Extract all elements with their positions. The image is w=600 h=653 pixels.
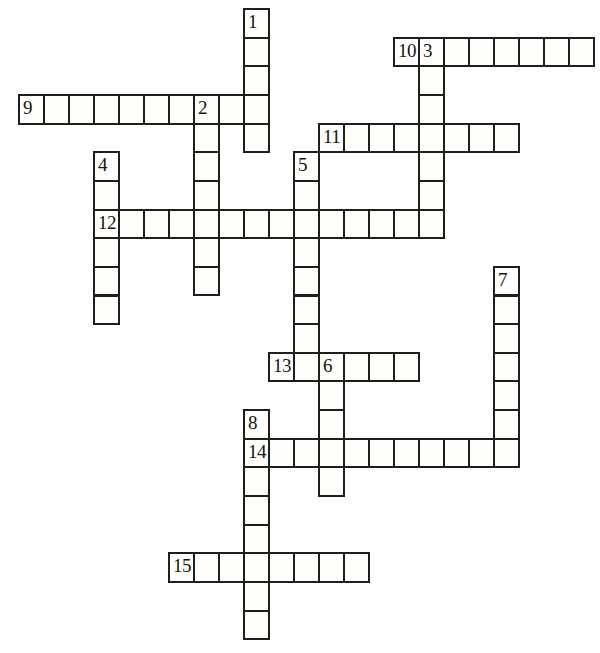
crossword-cell[interactable] bbox=[493, 352, 520, 383]
clue-number: 1 bbox=[248, 11, 257, 32]
crossword-board: 110392114512713681415 bbox=[18, 8, 595, 640]
crossword-cell[interactable] bbox=[168, 209, 195, 240]
clue-number: 6 bbox=[323, 355, 332, 376]
crossword-cell[interactable] bbox=[543, 37, 570, 68]
crossword-cell[interactable] bbox=[243, 495, 270, 526]
crossword-cell[interactable] bbox=[193, 209, 220, 240]
crossword-cell[interactable] bbox=[493, 409, 520, 440]
crossword-cell[interactable] bbox=[493, 438, 520, 469]
crossword-cell[interactable] bbox=[193, 237, 220, 268]
crossword-cell[interactable] bbox=[243, 65, 270, 96]
crossword-cell[interactable] bbox=[393, 209, 420, 240]
crossword-cell[interactable] bbox=[118, 209, 145, 240]
crossword-cell[interactable] bbox=[418, 94, 445, 125]
crossword-cell[interactable] bbox=[293, 438, 320, 469]
crossword-cell[interactable] bbox=[418, 438, 445, 469]
crossword-cell[interactable] bbox=[343, 552, 370, 583]
crossword-cell[interactable] bbox=[318, 438, 345, 469]
crossword-cell[interactable]: 13 bbox=[268, 352, 295, 383]
crossword-cell[interactable] bbox=[293, 295, 320, 326]
crossword-cell[interactable] bbox=[318, 380, 345, 411]
crossword-cell[interactable] bbox=[368, 352, 395, 383]
crossword-cell[interactable] bbox=[43, 94, 70, 125]
clue-number: 4 bbox=[98, 154, 107, 175]
crossword-cell[interactable]: 4 bbox=[93, 151, 120, 182]
crossword-cell[interactable] bbox=[368, 438, 395, 469]
crossword-cell[interactable] bbox=[143, 209, 170, 240]
crossword-cell[interactable]: 9 bbox=[18, 94, 45, 125]
crossword-cell[interactable] bbox=[68, 94, 95, 125]
crossword-cell[interactable] bbox=[368, 209, 395, 240]
crossword-cell[interactable] bbox=[468, 37, 495, 68]
crossword-cell[interactable] bbox=[343, 123, 370, 154]
crossword-cell[interactable] bbox=[93, 180, 120, 211]
crossword-cell[interactable]: 8 bbox=[243, 409, 270, 440]
crossword-cell[interactable] bbox=[293, 180, 320, 211]
crossword-cell[interactable] bbox=[268, 209, 295, 240]
crossword-cell[interactable] bbox=[243, 37, 270, 68]
crossword-cell[interactable]: 7 bbox=[493, 266, 520, 297]
clue-number: 14 bbox=[248, 441, 266, 462]
crossword-cell[interactable] bbox=[243, 524, 270, 555]
crossword-cell[interactable] bbox=[418, 123, 445, 154]
crossword-cell[interactable] bbox=[518, 37, 545, 68]
crossword-cell[interactable] bbox=[418, 180, 445, 211]
clue-number: 8 bbox=[248, 412, 257, 433]
crossword-cell[interactable] bbox=[268, 438, 295, 469]
crossword-cell[interactable] bbox=[568, 37, 595, 68]
crossword-cell[interactable]: 2 bbox=[193, 94, 220, 125]
clue-number: 2 bbox=[198, 97, 207, 118]
crossword-cell[interactable] bbox=[393, 352, 420, 383]
crossword-cell[interactable] bbox=[168, 94, 195, 125]
crossword-cell[interactable] bbox=[93, 266, 120, 297]
crossword-cell[interactable] bbox=[218, 94, 245, 125]
crossword-cell[interactable]: 11 bbox=[318, 123, 345, 154]
crossword-cell[interactable] bbox=[193, 180, 220, 211]
crossword-cell[interactable] bbox=[243, 209, 270, 240]
crossword-cell[interactable] bbox=[293, 552, 320, 583]
crossword-cell[interactable] bbox=[93, 295, 120, 326]
crossword-cell[interactable] bbox=[443, 37, 470, 68]
crossword-cell[interactable] bbox=[343, 352, 370, 383]
crossword-cell[interactable] bbox=[118, 94, 145, 125]
crossword-cell[interactable] bbox=[243, 581, 270, 612]
crossword-cell[interactable] bbox=[193, 151, 220, 182]
crossword-cell[interactable] bbox=[368, 123, 395, 154]
crossword-cell[interactable] bbox=[243, 552, 270, 583]
crossword-cell[interactable] bbox=[293, 323, 320, 354]
crossword-cell[interactable] bbox=[193, 552, 220, 583]
crossword-cell[interactable] bbox=[493, 123, 520, 154]
crossword-cell[interactable] bbox=[93, 94, 120, 125]
crossword-cell[interactable] bbox=[293, 352, 320, 383]
crossword-cell[interactable]: 5 bbox=[293, 151, 320, 182]
clue-number: 3 bbox=[423, 40, 432, 61]
crossword-cell[interactable] bbox=[318, 409, 345, 440]
crossword-cell[interactable] bbox=[418, 209, 445, 240]
crossword-cell[interactable]: 10 bbox=[393, 37, 420, 68]
crossword-cell[interactable] bbox=[218, 209, 245, 240]
crossword-cell[interactable]: 6 bbox=[318, 352, 345, 383]
crossword-cell[interactable] bbox=[243, 123, 270, 154]
crossword-cell[interactable]: 14 bbox=[243, 438, 270, 469]
crossword-cell[interactable] bbox=[93, 237, 120, 268]
crossword-cell[interactable]: 3 bbox=[418, 37, 445, 68]
crossword-cell[interactable] bbox=[243, 94, 270, 125]
crossword-cell[interactable] bbox=[393, 123, 420, 154]
crossword-cell[interactable] bbox=[243, 466, 270, 497]
crossword-cell[interactable] bbox=[343, 438, 370, 469]
crossword-cell[interactable] bbox=[468, 438, 495, 469]
crossword-cell[interactable] bbox=[493, 295, 520, 326]
clue-number: 13 bbox=[273, 355, 291, 376]
clue-number: 7 bbox=[498, 269, 507, 290]
crossword-cell[interactable] bbox=[418, 65, 445, 96]
clue-number: 12 bbox=[98, 212, 116, 233]
clue-number: 9 bbox=[23, 97, 32, 118]
crossword-cell[interactable] bbox=[243, 610, 270, 641]
crossword-cell[interactable] bbox=[293, 237, 320, 268]
crossword-cell[interactable] bbox=[443, 123, 470, 154]
clue-number: 11 bbox=[323, 126, 340, 147]
crossword-cell[interactable] bbox=[268, 552, 295, 583]
clue-number: 15 bbox=[173, 555, 191, 576]
crossword-cell[interactable] bbox=[293, 266, 320, 297]
crossword-cell[interactable] bbox=[293, 209, 320, 240]
clue-number: 10 bbox=[398, 40, 416, 61]
crossword-cell[interactable] bbox=[493, 380, 520, 411]
crossword-cell[interactable]: 12 bbox=[93, 209, 120, 240]
crossword-cell[interactable] bbox=[318, 466, 345, 497]
crossword-cell[interactable] bbox=[418, 151, 445, 182]
crossword-cell[interactable] bbox=[143, 94, 170, 125]
clue-number: 5 bbox=[298, 154, 307, 175]
crossword-cell[interactable] bbox=[218, 552, 245, 583]
crossword-cell[interactable] bbox=[193, 266, 220, 297]
crossword-cell[interactable]: 15 bbox=[168, 552, 195, 583]
crossword-cell[interactable]: 1 bbox=[243, 8, 270, 39]
crossword-cell[interactable] bbox=[443, 438, 470, 469]
crossword-cell[interactable] bbox=[468, 123, 495, 154]
crossword-cell[interactable] bbox=[318, 552, 345, 583]
crossword-cell[interactable] bbox=[193, 123, 220, 154]
crossword-cell[interactable] bbox=[318, 209, 345, 240]
crossword-cell[interactable] bbox=[493, 323, 520, 354]
crossword-cell[interactable] bbox=[343, 209, 370, 240]
crossword-cell[interactable] bbox=[493, 37, 520, 68]
crossword-cell[interactable] bbox=[393, 438, 420, 469]
